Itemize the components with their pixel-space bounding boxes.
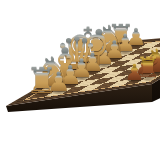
piece-white-rook-a1[interactable]: ♜ — [25, 63, 57, 99]
piece-black-pawn-a7[interactable]: ♟ — [125, 62, 145, 84]
chess-set-photo: ♜♞♝♛♟♟♟♟♟♟♟♟♟♟♟♟♟♟♜♞♝♛♚♝♞♜ — [0, 0, 160, 160]
